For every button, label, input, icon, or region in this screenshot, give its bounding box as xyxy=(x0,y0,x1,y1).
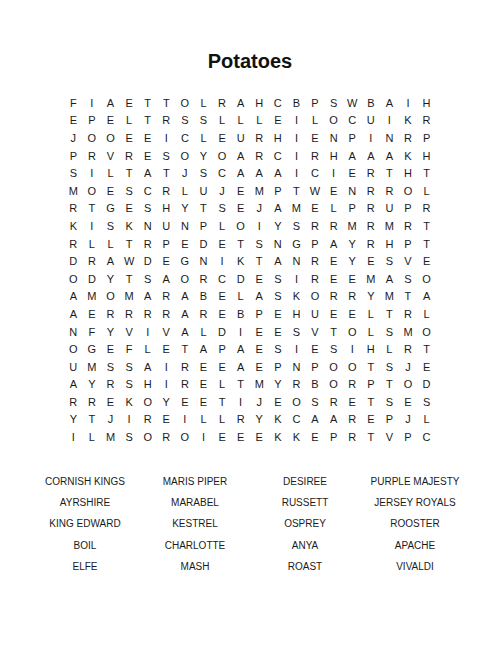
grid-cell[interactable]: E xyxy=(324,252,343,270)
grid-cell[interactable]: R xyxy=(213,94,232,112)
grid-cell[interactable]: E xyxy=(343,393,362,411)
grid-cell[interactable]: S xyxy=(269,288,288,306)
grid-cell[interactable]: S xyxy=(101,217,120,235)
grid-cell[interactable]: O xyxy=(231,217,250,235)
grid-cell[interactable]: L xyxy=(213,112,232,130)
grid-cell[interactable]: N xyxy=(138,217,157,235)
grid-cell[interactable]: E xyxy=(306,428,325,446)
grid-cell[interactable]: E xyxy=(362,252,381,270)
grid-cell[interactable]: H xyxy=(269,129,288,147)
grid-cell[interactable]: R xyxy=(157,182,176,200)
grid-cell[interactable]: D xyxy=(417,376,436,394)
grid-cell[interactable]: E xyxy=(213,288,232,306)
grid-cell[interactable]: R xyxy=(306,147,325,165)
grid-cell[interactable]: U xyxy=(194,182,213,200)
grid-cell[interactable]: R xyxy=(287,376,306,394)
grid-cell[interactable]: D xyxy=(64,252,83,270)
grid-cell[interactable]: E xyxy=(138,129,157,147)
grid-cell[interactable]: R xyxy=(324,217,343,235)
grid-cell[interactable]: E xyxy=(250,340,269,358)
grid-cell[interactable]: L xyxy=(194,129,213,147)
grid-cell[interactable]: S xyxy=(380,393,399,411)
grid-cell[interactable]: R xyxy=(417,112,436,130)
grid-cell[interactable]: R xyxy=(399,217,418,235)
grid-cell[interactable]: E xyxy=(269,393,288,411)
grid-cell[interactable]: A xyxy=(231,94,250,112)
grid-cell[interactable]: E xyxy=(157,411,176,429)
grid-cell[interactable]: M xyxy=(343,217,362,235)
grid-cell[interactable]: R xyxy=(157,112,176,130)
grid-cell[interactable]: S xyxy=(287,323,306,341)
grid-cell[interactable]: A xyxy=(324,235,343,253)
grid-cell[interactable]: E xyxy=(176,393,195,411)
grid-cell[interactable]: B xyxy=(306,376,325,394)
grid-cell[interactable]: R xyxy=(362,200,381,218)
grid-cell[interactable]: R xyxy=(194,270,213,288)
grid-cell[interactable]: T xyxy=(157,164,176,182)
grid-cell[interactable]: R xyxy=(138,411,157,429)
grid-cell[interactable]: L xyxy=(194,323,213,341)
grid-cell[interactable]: I xyxy=(287,112,306,130)
grid-cell[interactable]: L xyxy=(213,376,232,394)
grid-cell[interactable]: R xyxy=(64,235,83,253)
grid-cell[interactable]: Y xyxy=(250,411,269,429)
grid-cell[interactable]: L xyxy=(83,428,102,446)
grid-cell[interactable]: U xyxy=(306,305,325,323)
grid-cell[interactable]: C xyxy=(213,270,232,288)
grid-cell[interactable]: C xyxy=(269,94,288,112)
grid-cell[interactable]: I xyxy=(287,147,306,165)
grid-cell[interactable]: F xyxy=(64,94,83,112)
grid-cell[interactable]: L xyxy=(306,112,325,130)
grid-cell[interactable]: R xyxy=(362,164,381,182)
grid-cell[interactable]: E xyxy=(324,270,343,288)
grid-cell[interactable]: T xyxy=(120,235,139,253)
grid-cell[interactable]: I xyxy=(250,217,269,235)
grid-cell[interactable]: H xyxy=(324,147,343,165)
grid-cell[interactable]: P xyxy=(157,235,176,253)
grid-cell[interactable]: I xyxy=(157,129,176,147)
grid-cell[interactable]: E xyxy=(343,305,362,323)
grid-cell[interactable]: A xyxy=(250,164,269,182)
grid-cell[interactable]: P xyxy=(269,358,288,376)
grid-cell[interactable]: O xyxy=(399,376,418,394)
grid-cell[interactable]: S xyxy=(287,217,306,235)
grid-cell[interactable]: O xyxy=(324,376,343,394)
grid-cell[interactable]: U xyxy=(64,358,83,376)
grid-cell[interactable]: R xyxy=(362,235,381,253)
grid-cell[interactable]: T xyxy=(399,288,418,306)
grid-cell[interactable]: S xyxy=(213,200,232,218)
grid-cell[interactable]: V xyxy=(120,323,139,341)
grid-cell[interactable]: N xyxy=(194,252,213,270)
grid-cell[interactable]: L xyxy=(138,340,157,358)
grid-cell[interactable]: E xyxy=(120,129,139,147)
grid-cell[interactable]: E xyxy=(399,393,418,411)
grid-cell[interactable]: P xyxy=(324,428,343,446)
grid-cell[interactable]: T xyxy=(231,376,250,394)
grid-cell[interactable]: O xyxy=(213,147,232,165)
grid-cell[interactable]: R xyxy=(250,129,269,147)
grid-cell[interactable]: R xyxy=(324,288,343,306)
grid-cell[interactable]: O xyxy=(83,182,102,200)
grid-cell[interactable]: S xyxy=(194,164,213,182)
grid-cell[interactable]: Y xyxy=(194,147,213,165)
grid-cell[interactable]: A xyxy=(138,288,157,306)
grid-cell[interactable]: J xyxy=(399,358,418,376)
grid-cell[interactable]: S xyxy=(399,270,418,288)
grid-cell[interactable]: S xyxy=(64,164,83,182)
grid-cell[interactable]: T xyxy=(83,411,102,429)
grid-cell[interactable]: A xyxy=(343,147,362,165)
grid-cell[interactable]: L xyxy=(101,164,120,182)
grid-cell[interactable]: P xyxy=(83,112,102,130)
grid-cell[interactable]: R xyxy=(157,305,176,323)
grid-cell[interactable]: I xyxy=(64,428,83,446)
grid-cell[interactable]: N xyxy=(64,323,83,341)
grid-cell[interactable]: T xyxy=(231,235,250,253)
grid-cell[interactable]: T xyxy=(120,164,139,182)
grid-cell[interactable]: W xyxy=(343,94,362,112)
grid-cell[interactable]: I xyxy=(157,358,176,376)
grid-cell[interactable]: T xyxy=(194,200,213,218)
grid-cell[interactable]: L xyxy=(120,112,139,130)
grid-cell[interactable]: E xyxy=(213,358,232,376)
grid-cell[interactable]: I xyxy=(231,323,250,341)
grid-cell[interactable]: T xyxy=(417,217,436,235)
grid-cell[interactable]: M xyxy=(399,323,418,341)
grid-cell[interactable]: R xyxy=(83,252,102,270)
grid-cell[interactable]: U xyxy=(157,217,176,235)
grid-cell[interactable]: S xyxy=(324,94,343,112)
grid-cell[interactable]: Y xyxy=(157,393,176,411)
grid-cell[interactable]: O xyxy=(399,182,418,200)
grid-cell[interactable]: R xyxy=(194,305,213,323)
grid-cell[interactable]: C xyxy=(306,164,325,182)
grid-cell[interactable]: R xyxy=(417,200,436,218)
grid-cell[interactable]: I xyxy=(362,129,381,147)
grid-cell[interactable]: E xyxy=(83,305,102,323)
grid-cell[interactable]: P xyxy=(250,305,269,323)
grid-cell[interactable]: M xyxy=(380,217,399,235)
grid-cell[interactable]: L xyxy=(194,411,213,429)
grid-cell[interactable]: D xyxy=(138,252,157,270)
grid-cell[interactable]: Y xyxy=(176,200,195,218)
grid-cell[interactable]: O xyxy=(343,358,362,376)
grid-cell[interactable]: R xyxy=(362,182,381,200)
grid-cell[interactable]: C xyxy=(138,182,157,200)
grid-cell[interactable]: L xyxy=(213,411,232,429)
grid-cell[interactable]: A xyxy=(64,305,83,323)
grid-cell[interactable]: T xyxy=(417,340,436,358)
grid-cell[interactable]: L xyxy=(362,305,381,323)
grid-cell[interactable]: A xyxy=(231,358,250,376)
grid-cell[interactable]: R xyxy=(176,376,195,394)
grid-cell[interactable]: O xyxy=(324,358,343,376)
grid-cell[interactable]: I xyxy=(399,94,418,112)
grid-cell[interactable]: R xyxy=(399,305,418,323)
grid-cell[interactable]: T xyxy=(362,428,381,446)
grid-cell[interactable]: R xyxy=(120,305,139,323)
grid-cell[interactable]: M xyxy=(380,288,399,306)
grid-cell[interactable]: H xyxy=(138,376,157,394)
grid-cell[interactable]: E xyxy=(250,270,269,288)
grid-cell[interactable]: L xyxy=(417,305,436,323)
grid-cell[interactable]: O xyxy=(324,112,343,130)
grid-cell[interactable]: K xyxy=(120,393,139,411)
grid-cell[interactable]: O xyxy=(176,94,195,112)
grid-cell[interactable]: E xyxy=(269,323,288,341)
grid-cell[interactable]: A xyxy=(157,270,176,288)
grid-cell[interactable]: O xyxy=(417,323,436,341)
grid-cell[interactable]: P xyxy=(64,147,83,165)
grid-cell[interactable]: D xyxy=(213,323,232,341)
grid-cell[interactable]: I xyxy=(380,112,399,130)
grid-cell[interactable]: M xyxy=(64,182,83,200)
grid-cell[interactable]: P xyxy=(213,340,232,358)
grid-cell[interactable]: S xyxy=(269,340,288,358)
grid-cell[interactable]: E xyxy=(213,129,232,147)
grid-cell[interactable]: I xyxy=(213,252,232,270)
grid-cell[interactable]: R xyxy=(83,393,102,411)
grid-cell[interactable]: Y xyxy=(269,376,288,394)
grid-cell[interactable]: R xyxy=(399,340,418,358)
grid-cell[interactable]: E xyxy=(362,411,381,429)
grid-cell[interactable]: K xyxy=(64,217,83,235)
grid-cell[interactable]: K xyxy=(269,411,288,429)
grid-cell[interactable]: L xyxy=(417,182,436,200)
grid-cell[interactable]: K xyxy=(120,217,139,235)
grid-cell[interactable]: P xyxy=(362,376,381,394)
grid-cell[interactable]: S xyxy=(120,376,139,394)
grid-cell[interactable]: G xyxy=(83,340,102,358)
grid-cell[interactable]: A xyxy=(380,147,399,165)
grid-cell[interactable]: I xyxy=(343,340,362,358)
grid-cell[interactable]: H xyxy=(287,305,306,323)
grid-cell[interactable]: P xyxy=(380,411,399,429)
grid-cell[interactable]: E xyxy=(250,323,269,341)
grid-cell[interactable]: C xyxy=(213,164,232,182)
grid-cell[interactable]: I xyxy=(287,340,306,358)
grid-cell[interactable]: R xyxy=(324,393,343,411)
grid-cell[interactable]: E xyxy=(194,393,213,411)
grid-cell[interactable]: W xyxy=(306,182,325,200)
grid-cell[interactable]: O xyxy=(306,288,325,306)
grid-cell[interactable]: V xyxy=(380,428,399,446)
grid-cell[interactable]: M xyxy=(362,270,381,288)
grid-cell[interactable]: L xyxy=(417,411,436,429)
grid-cell[interactable]: C xyxy=(269,147,288,165)
grid-cell[interactable]: Y xyxy=(362,288,381,306)
grid-cell[interactable]: T xyxy=(287,182,306,200)
grid-cell[interactable]: L xyxy=(101,235,120,253)
grid-cell[interactable]: V xyxy=(101,147,120,165)
grid-cell[interactable]: E xyxy=(231,182,250,200)
grid-cell[interactable]: F xyxy=(83,323,102,341)
grid-cell[interactable]: M xyxy=(101,428,120,446)
grid-cell[interactable]: R xyxy=(362,217,381,235)
grid-cell[interactable]: I xyxy=(287,270,306,288)
grid-cell[interactable]: M xyxy=(250,376,269,394)
grid-cell[interactable]: R xyxy=(306,217,325,235)
grid-cell[interactable]: N xyxy=(287,358,306,376)
grid-cell[interactable]: U xyxy=(380,200,399,218)
grid-cell[interactable]: O xyxy=(417,270,436,288)
grid-cell[interactable]: U xyxy=(231,129,250,147)
grid-cell[interactable]: L xyxy=(176,182,195,200)
grid-cell[interactable]: E xyxy=(138,147,157,165)
grid-cell[interactable]: H xyxy=(417,147,436,165)
grid-cell[interactable]: E xyxy=(417,358,436,376)
grid-cell[interactable]: M xyxy=(83,358,102,376)
grid-cell[interactable]: S xyxy=(176,112,195,130)
grid-cell[interactable]: E xyxy=(101,393,120,411)
grid-cell[interactable]: N xyxy=(287,252,306,270)
grid-cell[interactable]: E xyxy=(101,182,120,200)
grid-cell[interactable]: S xyxy=(306,393,325,411)
grid-cell[interactable]: L xyxy=(250,112,269,130)
grid-cell[interactable]: V xyxy=(399,252,418,270)
grid-cell[interactable]: O xyxy=(101,288,120,306)
grid-cell[interactable]: S xyxy=(157,147,176,165)
grid-cell[interactable]: A xyxy=(231,164,250,182)
grid-cell[interactable]: R xyxy=(120,147,139,165)
grid-cell[interactable]: G xyxy=(101,200,120,218)
grid-cell[interactable]: R xyxy=(64,200,83,218)
grid-cell[interactable]: R xyxy=(399,129,418,147)
grid-cell[interactable]: T xyxy=(138,112,157,130)
grid-cell[interactable]: H xyxy=(157,200,176,218)
grid-cell[interactable]: E xyxy=(231,200,250,218)
grid-cell[interactable]: K xyxy=(399,147,418,165)
grid-cell[interactable]: E xyxy=(176,235,195,253)
grid-cell[interactable]: O xyxy=(176,270,195,288)
grid-cell[interactable]: R xyxy=(157,288,176,306)
grid-cell[interactable]: S xyxy=(380,358,399,376)
grid-cell[interactable]: E xyxy=(343,164,362,182)
grid-cell[interactable]: E xyxy=(269,305,288,323)
grid-cell[interactable]: P xyxy=(306,358,325,376)
grid-cell[interactable]: E xyxy=(213,305,232,323)
grid-cell[interactable]: E xyxy=(343,270,362,288)
grid-cell[interactable]: R xyxy=(343,288,362,306)
grid-cell[interactable]: S xyxy=(138,270,157,288)
grid-cell[interactable]: T xyxy=(417,235,436,253)
grid-cell[interactable]: E xyxy=(120,200,139,218)
grid-cell[interactable]: R xyxy=(343,376,362,394)
grid-cell[interactable]: K xyxy=(287,428,306,446)
grid-cell[interactable]: S xyxy=(120,182,139,200)
grid-cell[interactable]: N xyxy=(269,235,288,253)
grid-cell[interactable]: T xyxy=(324,323,343,341)
grid-cell[interactable]: R xyxy=(380,182,399,200)
grid-cell[interactable]: M xyxy=(287,200,306,218)
grid-cell[interactable]: L xyxy=(194,94,213,112)
grid-cell[interactable]: E xyxy=(194,376,213,394)
grid-cell[interactable]: J xyxy=(399,411,418,429)
grid-cell[interactable]: C xyxy=(176,129,195,147)
grid-cell[interactable]: I xyxy=(176,411,195,429)
grid-cell[interactable]: A xyxy=(176,288,195,306)
grid-cell[interactable]: S xyxy=(101,358,120,376)
grid-cell[interactable]: C xyxy=(417,428,436,446)
grid-cell[interactable]: A xyxy=(306,411,325,429)
grid-cell[interactable]: L xyxy=(324,200,343,218)
grid-cell[interactable]: I xyxy=(83,164,102,182)
grid-cell[interactable]: Y xyxy=(101,323,120,341)
grid-cell[interactable]: I xyxy=(231,393,250,411)
grid-cell[interactable]: E xyxy=(324,305,343,323)
grid-cell[interactable]: R xyxy=(101,305,120,323)
grid-cell[interactable]: E xyxy=(250,358,269,376)
grid-cell[interactable]: B xyxy=(194,288,213,306)
grid-cell[interactable]: S xyxy=(120,428,139,446)
grid-cell[interactable]: O xyxy=(101,129,120,147)
grid-cell[interactable]: E xyxy=(306,129,325,147)
grid-cell[interactable]: Y xyxy=(64,411,83,429)
grid-cell[interactable]: P xyxy=(399,428,418,446)
grid-cell[interactable]: O xyxy=(64,270,83,288)
grid-cell[interactable]: Y xyxy=(269,217,288,235)
grid-cell[interactable]: T xyxy=(120,270,139,288)
grid-cell[interactable]: T xyxy=(362,393,381,411)
grid-cell[interactable]: D xyxy=(231,270,250,288)
grid-cell[interactable]: E xyxy=(269,112,288,130)
grid-cell[interactable]: A xyxy=(269,200,288,218)
grid-cell[interactable]: E xyxy=(306,200,325,218)
grid-cell[interactable]: S xyxy=(380,323,399,341)
grid-cell[interactable]: I xyxy=(83,217,102,235)
grid-cell[interactable]: O xyxy=(287,393,306,411)
grid-cell[interactable]: R xyxy=(157,428,176,446)
grid-cell[interactable]: O xyxy=(138,428,157,446)
grid-cell[interactable]: R xyxy=(231,411,250,429)
grid-cell[interactable]: A xyxy=(231,340,250,358)
grid-cell[interactable]: P xyxy=(399,200,418,218)
grid-cell[interactable]: S xyxy=(324,340,343,358)
grid-cell[interactable]: I xyxy=(324,164,343,182)
grid-cell[interactable]: N xyxy=(380,129,399,147)
grid-cell[interactable]: R xyxy=(176,358,195,376)
grid-cell[interactable]: J xyxy=(176,164,195,182)
grid-cell[interactable]: R xyxy=(306,252,325,270)
grid-cell[interactable]: A xyxy=(250,288,269,306)
grid-cell[interactable]: S xyxy=(269,270,288,288)
grid-cell[interactable]: I xyxy=(83,94,102,112)
grid-cell[interactable]: L xyxy=(362,323,381,341)
grid-cell[interactable]: E xyxy=(157,340,176,358)
grid-cell[interactable]: A xyxy=(64,376,83,394)
grid-cell[interactable]: I xyxy=(120,411,139,429)
grid-cell[interactable]: E xyxy=(194,358,213,376)
grid-cell[interactable]: B xyxy=(362,94,381,112)
grid-cell[interactable]: M xyxy=(250,182,269,200)
grid-cell[interactable]: F xyxy=(120,340,139,358)
grid-cell[interactable]: A xyxy=(101,252,120,270)
grid-cell[interactable]: Y xyxy=(83,376,102,394)
grid-cell[interactable]: R xyxy=(250,147,269,165)
grid-cell[interactable]: L xyxy=(83,235,102,253)
grid-cell[interactable]: K xyxy=(399,112,418,130)
grid-cell[interactable]: T xyxy=(250,252,269,270)
grid-cell[interactable]: A xyxy=(380,94,399,112)
grid-cell[interactable]: P xyxy=(417,129,436,147)
grid-cell[interactable]: H xyxy=(362,340,381,358)
grid-cell[interactable]: R xyxy=(83,147,102,165)
grid-cell[interactable]: H xyxy=(399,164,418,182)
grid-cell[interactable]: V xyxy=(306,323,325,341)
grid-cell[interactable]: A xyxy=(138,164,157,182)
